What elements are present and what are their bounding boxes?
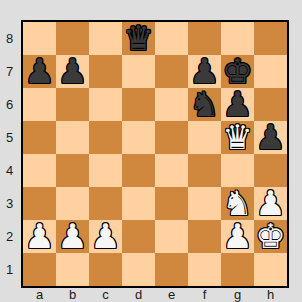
rank-label-8: 8	[0, 22, 19, 55]
square-d5[interactable]	[122, 121, 155, 154]
rank-label-4: 4	[0, 154, 19, 187]
rank-label-7: 7	[0, 55, 19, 88]
square-e1[interactable]	[155, 253, 188, 286]
square-b7[interactable]: ♟	[56, 55, 89, 88]
square-h8[interactable]	[254, 22, 287, 55]
piece-white-pawn[interactable]: ♟	[221, 220, 254, 253]
square-d2[interactable]	[122, 220, 155, 253]
square-b2[interactable]: ♟	[56, 220, 89, 253]
square-a7[interactable]: ♟	[23, 55, 56, 88]
file-label-c: c	[89, 287, 122, 302]
square-c8[interactable]	[89, 22, 122, 55]
piece-white-pawn[interactable]: ♟	[23, 220, 56, 253]
square-h2[interactable]: ♚	[254, 220, 287, 253]
square-b4[interactable]	[56, 154, 89, 187]
square-e8[interactable]	[155, 22, 188, 55]
square-d8[interactable]: ♛	[122, 22, 155, 55]
square-f1[interactable]	[188, 253, 221, 286]
rank-label-2: 2	[0, 220, 19, 253]
file-label-g: g	[221, 287, 254, 302]
square-g5[interactable]: ♛	[221, 121, 254, 154]
square-c6[interactable]	[89, 88, 122, 121]
square-e5[interactable]	[155, 121, 188, 154]
file-label-f: f	[188, 287, 221, 302]
square-b6[interactable]	[56, 88, 89, 121]
square-c1[interactable]	[89, 253, 122, 286]
square-h1[interactable]	[254, 253, 287, 286]
square-a1[interactable]	[23, 253, 56, 286]
square-d3[interactable]	[122, 187, 155, 220]
square-e3[interactable]	[155, 187, 188, 220]
square-c4[interactable]	[89, 154, 122, 187]
square-a4[interactable]	[23, 154, 56, 187]
file-label-d: d	[122, 287, 155, 302]
rank-label-3: 3	[0, 187, 19, 220]
piece-black-pawn[interactable]: ♟	[56, 55, 89, 88]
chess-diagram: 87654321 ♛♟♟♟♚♞♟♛♟♞♟♟♟♟♟♚ abcdefgh	[0, 0, 302, 302]
piece-black-knight[interactable]: ♞	[188, 88, 221, 121]
chess-board: ♛♟♟♟♚♞♟♛♟♞♟♟♟♟♟♚	[21, 20, 289, 288]
file-label-h: h	[254, 287, 287, 302]
piece-black-pawn[interactable]: ♟	[254, 121, 287, 154]
square-d4[interactable]	[122, 154, 155, 187]
square-e4[interactable]	[155, 154, 188, 187]
square-c7[interactable]	[89, 55, 122, 88]
square-a5[interactable]	[23, 121, 56, 154]
square-c2[interactable]: ♟	[89, 220, 122, 253]
piece-black-queen[interactable]: ♛	[122, 22, 155, 55]
file-labels: abcdefgh	[23, 287, 287, 302]
square-d6[interactable]	[122, 88, 155, 121]
square-f5[interactable]	[188, 121, 221, 154]
square-d1[interactable]	[122, 253, 155, 286]
square-e7[interactable]	[155, 55, 188, 88]
square-d7[interactable]	[122, 55, 155, 88]
file-label-b: b	[56, 287, 89, 302]
square-h5[interactable]: ♟	[254, 121, 287, 154]
square-f4[interactable]	[188, 154, 221, 187]
square-b1[interactable]	[56, 253, 89, 286]
square-f6[interactable]: ♞	[188, 88, 221, 121]
square-f2[interactable]	[188, 220, 221, 253]
piece-black-pawn[interactable]: ♟	[23, 55, 56, 88]
square-f3[interactable]	[188, 187, 221, 220]
square-h7[interactable]	[254, 55, 287, 88]
piece-white-queen[interactable]: ♛	[221, 121, 254, 154]
square-g1[interactable]	[221, 253, 254, 286]
piece-white-pawn[interactable]: ♟	[56, 220, 89, 253]
square-e2[interactable]	[155, 220, 188, 253]
file-label-e: e	[155, 287, 188, 302]
square-a2[interactable]: ♟	[23, 220, 56, 253]
rank-labels: 87654321	[0, 22, 19, 286]
square-a6[interactable]	[23, 88, 56, 121]
rank-label-6: 6	[0, 88, 19, 121]
rank-label-5: 5	[0, 121, 19, 154]
piece-white-king[interactable]: ♚	[254, 220, 287, 253]
square-b5[interactable]	[56, 121, 89, 154]
square-e6[interactable]	[155, 88, 188, 121]
file-label-a: a	[23, 287, 56, 302]
square-c5[interactable]	[89, 121, 122, 154]
piece-white-pawn[interactable]: ♟	[89, 220, 122, 253]
rank-label-1: 1	[0, 253, 19, 286]
square-g2[interactable]: ♟	[221, 220, 254, 253]
